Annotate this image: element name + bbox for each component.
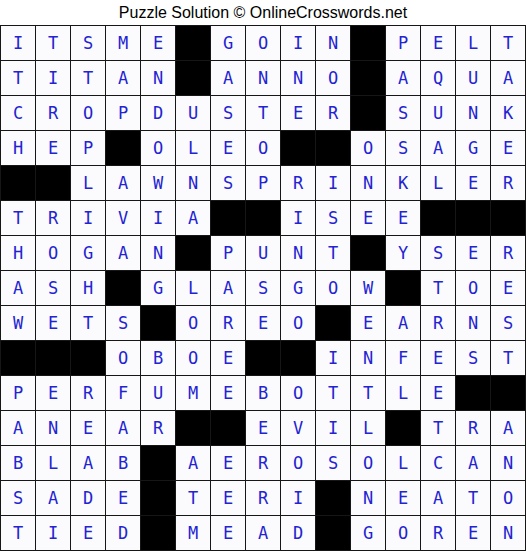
black-cell (316, 131, 350, 165)
letter-cell: S (246, 271, 280, 305)
letter-cell: E (421, 376, 455, 410)
letter-cell: O (316, 271, 350, 305)
letter-cell: E (141, 26, 175, 60)
letter-cell: P (1, 376, 35, 410)
letter-cell: E (421, 26, 455, 60)
letter-cell: T (71, 61, 105, 95)
letter-cell: N (36, 411, 70, 445)
letter-cell: T (421, 411, 455, 445)
letter-cell: T (351, 376, 385, 410)
letter-cell: T (246, 96, 280, 130)
letter-cell: I (281, 481, 315, 515)
letter-cell: E (36, 376, 70, 410)
puzzle-solution-page: Puzzle Solution © OnlineCrosswords.net I… (0, 0, 526, 551)
letter-cell: N (246, 61, 280, 95)
letter-cell: O (36, 236, 70, 270)
letter-cell: P (386, 26, 420, 60)
black-cell (351, 61, 385, 95)
letter-cell: T (176, 481, 210, 515)
letter-cell: N (456, 96, 490, 130)
letter-cell: W (351, 271, 385, 305)
black-cell (176, 26, 210, 60)
letter-cell: L (456, 26, 490, 60)
letter-cell: O (456, 271, 490, 305)
letter-cell: O (491, 481, 525, 515)
letter-cell: E (106, 481, 140, 515)
letter-cell: E (211, 516, 245, 550)
letter-cell: D (106, 516, 140, 550)
black-cell (491, 201, 525, 235)
letter-cell: L (71, 166, 105, 200)
letter-cell: P (246, 166, 280, 200)
letter-cell: E (351, 201, 385, 235)
letter-cell: P (106, 96, 140, 130)
letter-cell: U (456, 61, 490, 95)
letter-cell: U (141, 376, 175, 410)
letter-cell: N (351, 341, 385, 375)
black-cell (351, 236, 385, 270)
letter-cell: E (71, 411, 105, 445)
letter-cell: Y (386, 236, 420, 270)
letter-cell: A (176, 446, 210, 480)
letter-cell: W (1, 306, 35, 340)
letter-cell: D (141, 96, 175, 130)
black-cell (316, 481, 350, 515)
letter-cell: S (211, 166, 245, 200)
black-cell (211, 201, 245, 235)
black-cell (71, 341, 105, 375)
black-cell (351, 96, 385, 130)
letter-cell: N (456, 306, 490, 340)
letter-cell: T (456, 481, 490, 515)
letter-cell: N (141, 236, 175, 270)
letter-cell: F (106, 376, 140, 410)
letter-cell: E (351, 306, 385, 340)
letter-cell: S (316, 201, 350, 235)
letter-cell: H (71, 271, 105, 305)
letter-cell: R (491, 166, 525, 200)
letter-cell: V (281, 411, 315, 445)
black-cell (176, 61, 210, 95)
letter-cell: O (141, 131, 175, 165)
letter-cell: I (316, 411, 350, 445)
letter-cell: I (281, 201, 315, 235)
letter-cell: E (281, 96, 315, 130)
black-cell (491, 376, 525, 410)
letter-cell: G (71, 236, 105, 270)
letter-cell: T (1, 201, 35, 235)
letter-cell: C (1, 96, 35, 130)
letter-cell: R (491, 236, 525, 270)
letter-cell: T (491, 26, 525, 60)
letter-cell: E (211, 341, 245, 375)
letter-cell: T (421, 271, 455, 305)
letter-cell: E (456, 236, 490, 270)
letter-cell: I (141, 201, 175, 235)
letter-cell: I (316, 341, 350, 375)
letter-cell: A (106, 411, 140, 445)
letter-cell: N (316, 26, 350, 60)
letter-cell: G (456, 131, 490, 165)
letter-cell: O (176, 341, 210, 375)
letter-cell: S (106, 306, 140, 340)
letter-cell: O (106, 341, 140, 375)
letter-cell: E (386, 201, 420, 235)
letter-cell: S (1, 481, 35, 515)
letter-cell: H (1, 131, 35, 165)
letter-cell: N (491, 516, 525, 550)
letter-cell: A (1, 411, 35, 445)
letter-cell: M (176, 516, 210, 550)
letter-cell: O (351, 131, 385, 165)
letter-cell: A (491, 411, 525, 445)
letter-cell: A (106, 236, 140, 270)
letter-cell: I (1, 26, 35, 60)
letter-cell: A (211, 61, 245, 95)
letter-cell: T (1, 516, 35, 550)
letter-cell: A (421, 131, 455, 165)
puzzle-title: Puzzle Solution © OnlineCrosswords.net (0, 0, 526, 25)
letter-cell: Q (421, 61, 455, 95)
letter-cell: G (141, 271, 175, 305)
letter-cell: S (71, 26, 105, 60)
letter-cell: R (141, 411, 175, 445)
letter-cell: S (386, 131, 420, 165)
letter-cell: N (351, 166, 385, 200)
black-cell (246, 201, 280, 235)
black-cell (211, 411, 245, 445)
letter-cell: R (246, 446, 280, 480)
letter-cell: A (106, 166, 140, 200)
letter-cell: V (106, 201, 140, 235)
letter-cell: C (421, 446, 455, 480)
letter-cell: B (1, 446, 35, 480)
letter-cell: I (36, 516, 70, 550)
black-cell (176, 236, 210, 270)
letter-cell: T (491, 341, 525, 375)
letter-cell: S (491, 306, 525, 340)
black-cell (176, 411, 210, 445)
letter-cell: R (316, 96, 350, 130)
letter-cell: L (176, 271, 210, 305)
letter-cell: N (281, 61, 315, 95)
letter-cell: S (456, 341, 490, 375)
letter-cell: H (1, 236, 35, 270)
letter-cell: R (456, 411, 490, 445)
letter-cell: L (386, 446, 420, 480)
letter-cell: N (281, 236, 315, 270)
letter-cell: U (176, 96, 210, 130)
letter-cell: E (211, 376, 245, 410)
letter-cell: E (211, 481, 245, 515)
letter-cell: E (456, 166, 490, 200)
black-cell (106, 131, 140, 165)
letter-cell: D (281, 516, 315, 550)
letter-cell: T (1, 61, 35, 95)
letter-cell: O (176, 306, 210, 340)
letter-cell: S (36, 271, 70, 305)
letter-cell: T (316, 376, 350, 410)
letter-cell: G (351, 516, 385, 550)
letter-cell: G (211, 26, 245, 60)
letter-cell: B (106, 446, 140, 480)
letter-cell: R (281, 166, 315, 200)
black-cell (106, 271, 140, 305)
letter-cell: S (386, 96, 420, 130)
letter-cell: M (106, 26, 140, 60)
black-cell (421, 201, 455, 235)
black-cell (36, 166, 70, 200)
letter-cell: A (211, 271, 245, 305)
letter-cell: I (36, 61, 70, 95)
black-cell (36, 341, 70, 375)
black-cell (456, 376, 490, 410)
letter-cell: R (36, 201, 70, 235)
letter-cell: I (316, 166, 350, 200)
letter-cell: R (36, 96, 70, 130)
letter-cell: N (491, 446, 525, 480)
letter-cell: K (386, 166, 420, 200)
letter-cell: E (246, 411, 280, 445)
letter-cell: B (141, 341, 175, 375)
letter-cell: W (141, 166, 175, 200)
black-cell (141, 481, 175, 515)
letter-cell: E (36, 306, 70, 340)
letter-cell: O (246, 26, 280, 60)
letter-cell: L (351, 411, 385, 445)
letter-cell: G (281, 271, 315, 305)
letter-cell: A (386, 306, 420, 340)
black-cell (281, 131, 315, 165)
letter-cell: O (386, 516, 420, 550)
letter-cell: A (386, 61, 420, 95)
black-cell (316, 306, 350, 340)
letter-cell: D (71, 481, 105, 515)
letter-cell: O (71, 96, 105, 130)
letter-cell: E (421, 341, 455, 375)
letter-cell: A (1, 271, 35, 305)
letter-cell: L (176, 131, 210, 165)
letter-cell: A (106, 61, 140, 95)
letter-cell: I (281, 26, 315, 60)
letter-cell: E (456, 516, 490, 550)
letter-cell: L (36, 446, 70, 480)
letter-cell: R (421, 306, 455, 340)
black-cell (141, 446, 175, 480)
letter-cell: T (71, 306, 105, 340)
black-cell (351, 26, 385, 60)
letter-cell: E (71, 516, 105, 550)
black-cell (141, 516, 175, 550)
letter-cell: T (316, 236, 350, 270)
letter-cell: O (281, 306, 315, 340)
letter-cell: N (141, 61, 175, 95)
letter-cell: E (36, 131, 70, 165)
letter-cell: E (211, 446, 245, 480)
black-cell (386, 411, 420, 445)
letter-cell: A (421, 481, 455, 515)
letter-cell: B (246, 376, 280, 410)
letter-cell: U (421, 96, 455, 130)
letter-cell: E (211, 131, 245, 165)
letter-cell: N (351, 481, 385, 515)
black-cell (1, 341, 35, 375)
black-cell (141, 306, 175, 340)
letter-cell: S (421, 236, 455, 270)
letter-cell: S (211, 96, 245, 130)
letter-cell: P (71, 131, 105, 165)
letter-cell: T (36, 26, 70, 60)
letter-cell: M (176, 376, 210, 410)
letter-cell: A (246, 516, 280, 550)
letter-cell: N (176, 166, 210, 200)
letter-cell: O (281, 376, 315, 410)
letter-cell: R (246, 481, 280, 515)
letter-cell: E (491, 271, 525, 305)
letter-cell: O (316, 61, 350, 95)
letter-cell: E (246, 306, 280, 340)
letter-cell: A (491, 61, 525, 95)
black-cell (386, 271, 420, 305)
letter-cell: A (71, 446, 105, 480)
black-cell (316, 516, 350, 550)
letter-cell: O (351, 446, 385, 480)
letter-cell: P (211, 236, 245, 270)
letter-cell: R (211, 306, 245, 340)
letter-cell: S (316, 446, 350, 480)
letter-cell: U (246, 236, 280, 270)
letter-cell: L (421, 166, 455, 200)
letter-cell: F (386, 341, 420, 375)
letter-cell: R (71, 376, 105, 410)
letter-cell: A (176, 201, 210, 235)
letter-cell: O (246, 131, 280, 165)
letter-cell: E (386, 481, 420, 515)
black-cell (1, 166, 35, 200)
letter-cell: E (491, 131, 525, 165)
letter-cell: A (36, 481, 70, 515)
letter-cell: O (281, 446, 315, 480)
letter-cell: R (421, 516, 455, 550)
black-cell (246, 341, 280, 375)
letter-cell: L (386, 376, 420, 410)
crossword-grid: ITSMEGOINPELTTITANANNOAQUACROPDUSTERSUNK… (0, 25, 526, 551)
black-cell (456, 201, 490, 235)
letter-cell: A (456, 446, 490, 480)
letter-cell: I (71, 201, 105, 235)
letter-cell: K (491, 96, 525, 130)
black-cell (281, 341, 315, 375)
